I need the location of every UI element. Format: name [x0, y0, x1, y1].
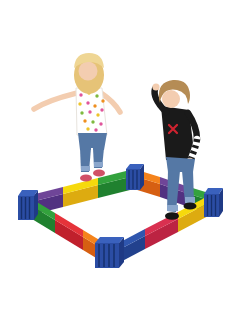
boy-cuff-right: [167, 205, 178, 211]
girl-shoe-left: [80, 174, 92, 181]
dot: [86, 127, 89, 130]
girl-face: [79, 62, 98, 81]
dot: [83, 119, 86, 122]
dot: [99, 122, 102, 125]
corner-connector-left: [18, 190, 38, 220]
dot: [88, 110, 91, 113]
boy-shoe-right: [165, 212, 179, 220]
scene-canvas: [0, 0, 246, 325]
girl-jeans: [78, 133, 107, 150]
corner-connector-top: [126, 164, 144, 190]
dot: [91, 120, 94, 123]
girl-cuff-right: [94, 162, 103, 167]
boy-face: [162, 90, 180, 108]
dot: [78, 102, 81, 105]
corner-connector-bottom: [95, 237, 124, 268]
product-photo: [0, 0, 246, 325]
dot: [86, 101, 89, 104]
girl-right-arm: [34, 93, 77, 109]
dot: [93, 104, 96, 107]
dot: [95, 94, 98, 97]
girl-figure: [34, 53, 120, 182]
boy-jeans: [166, 157, 195, 172]
dot: [100, 108, 103, 111]
edge-front-right: [111, 194, 212, 267]
corner-connector-right: [204, 188, 223, 217]
dot: [79, 93, 82, 96]
dot: [80, 111, 83, 114]
boy-figure: [152, 80, 197, 220]
boy-raised-hand: [152, 83, 159, 90]
dot: [101, 99, 104, 102]
boy-cuff-left: [185, 197, 195, 203]
dot: [94, 128, 97, 131]
dot: [96, 113, 99, 116]
boy-shoe-left: [184, 202, 197, 209]
connector-top-face: [95, 237, 124, 243]
girl-shoe-right: [93, 169, 105, 176]
girl-cuff-left: [81, 166, 90, 171]
